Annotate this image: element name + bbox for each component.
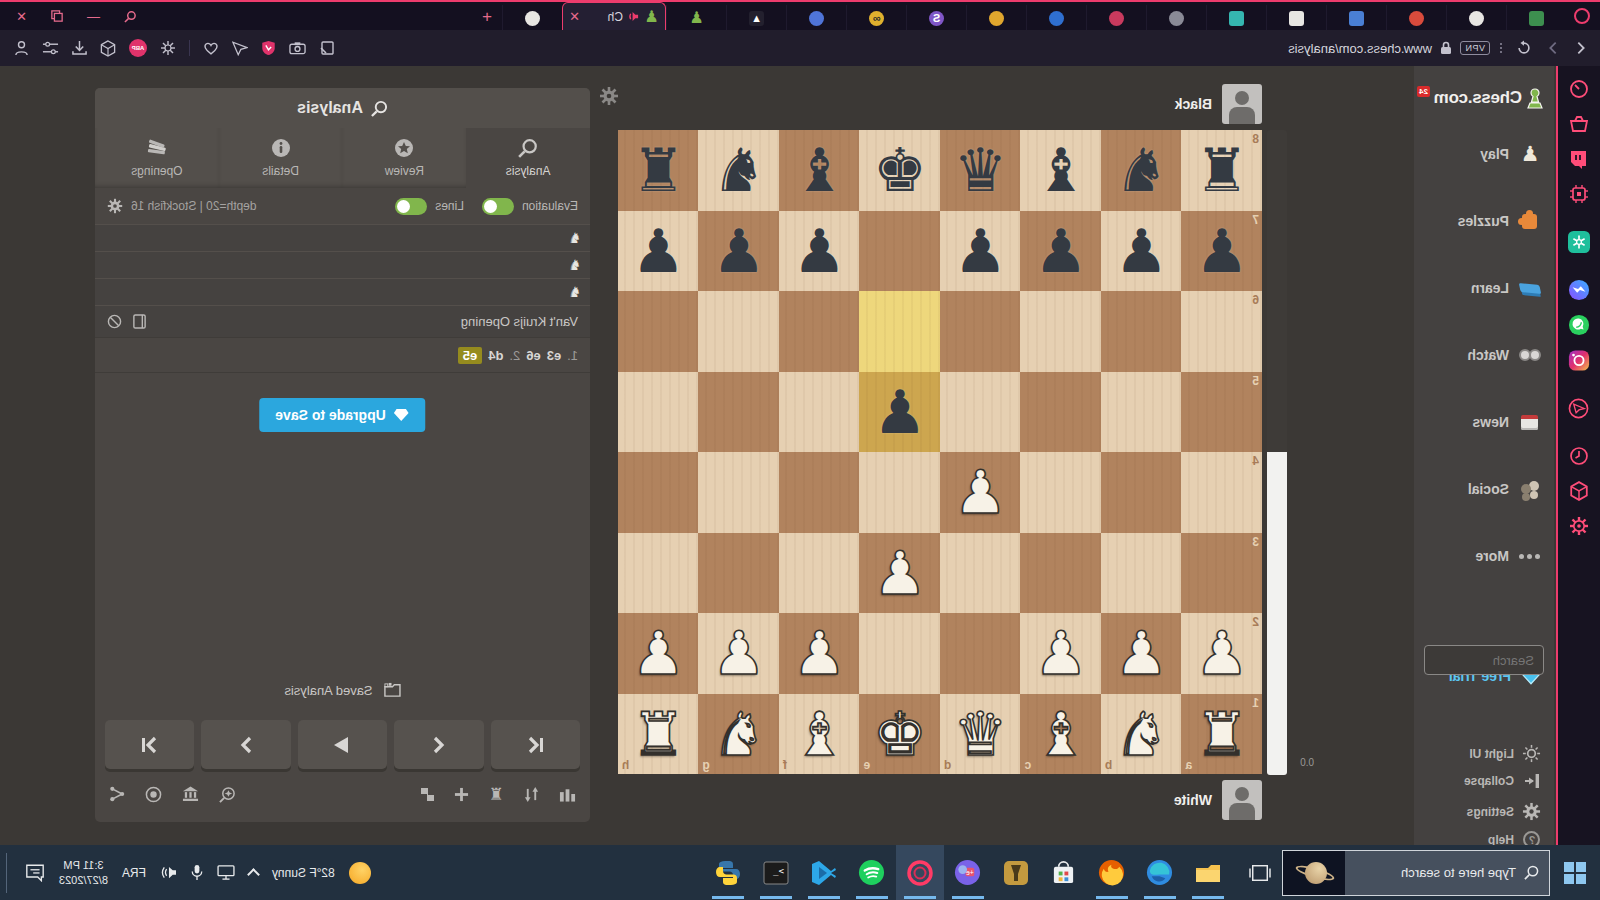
download-icon[interactable] — [72, 40, 87, 56]
square-b8[interactable]: ♞ — [1101, 130, 1182, 211]
taskbar-app-microsoft-store[interactable] — [1040, 845, 1088, 900]
browser-tab[interactable]: ∞ — [846, 5, 906, 31]
white-rook[interactable]: ♜ — [1182, 694, 1263, 775]
white-pawn[interactable]: ♟ — [779, 613, 860, 694]
taskbar-app-python[interactable] — [704, 845, 752, 900]
sidebar-item-light-ui[interactable]: Light UI — [1469, 744, 1542, 763]
engine-controls: Evaluation Lines depth=20 | Stockfish 16 — [95, 188, 590, 224]
reload-icon[interactable] — [1516, 40, 1532, 56]
square-a4[interactable]: 4 — [1182, 452, 1263, 533]
move-navigation — [95, 720, 590, 769]
player-bottom: White — [1174, 780, 1262, 820]
explore-icon[interactable] — [219, 786, 236, 803]
opening-name: Van't Kruijs Opening — [461, 314, 578, 329]
tab-favicon — [1229, 11, 1244, 26]
evaluation-score: 0.0 — [1300, 757, 1314, 768]
engine-line: ♞ — [95, 278, 590, 305]
square-c1[interactable]: c♝ — [1021, 694, 1102, 775]
square-a6[interactable]: 6 — [1182, 291, 1263, 372]
square-e5[interactable]: ♟ — [860, 372, 941, 453]
black-pawn[interactable]: ♟ — [860, 372, 941, 453]
windows-taskbar: Type here to search +e>_ 82°F Sunny FRA … — [0, 845, 1600, 900]
history-icon[interactable] — [1568, 445, 1590, 467]
black-knight[interactable]: ♞ — [699, 130, 780, 211]
more-icon — [1518, 544, 1542, 568]
books-icon — [146, 138, 168, 158]
move-d4[interactable]: d4 — [488, 348, 503, 363]
news-icon — [1518, 410, 1542, 434]
white-pawn[interactable]: ♟ — [860, 533, 941, 614]
url-text[interactable]: www.chess.com/analysis — [1288, 41, 1432, 56]
player-bottom-name: White — [1174, 792, 1212, 808]
black-pawn[interactable]: ♟ — [940, 211, 1021, 292]
square-f4[interactable] — [779, 452, 860, 533]
square-h4[interactable] — [618, 452, 699, 533]
tab-details[interactable]: Details — [219, 128, 343, 188]
square-c8[interactable]: ♝ — [1021, 130, 1102, 211]
square-d8[interactable]: ♛ — [940, 130, 1021, 211]
hide-opening-icon[interactable] — [107, 314, 122, 329]
taskbar-app-vscode[interactable] — [800, 845, 848, 900]
square-e6[interactable] — [860, 291, 941, 372]
square-a5[interactable]: 5 — [1182, 372, 1263, 453]
chesscom-pawn-icon — [1526, 88, 1544, 110]
square-b7[interactable]: ♟ — [1101, 211, 1182, 292]
square-b2[interactable]: ♟ — [1101, 613, 1182, 694]
system-tray: 82°F Sunny FRA 3:11 PM 8/27/2023 — [0, 853, 371, 893]
minimize-icon[interactable]: — — [87, 9, 100, 24]
square-a3[interactable]: 3 — [1182, 533, 1263, 614]
square-c4[interactable] — [1021, 452, 1102, 533]
square-e7[interactable] — [860, 211, 941, 292]
sidebar-item-more[interactable]: More — [1476, 544, 1542, 568]
square-e2[interactable] — [860, 613, 941, 694]
opera-sidebar — [1556, 66, 1600, 845]
move-e3[interactable]: e3 — [547, 348, 561, 363]
black-pawn[interactable]: ♟ — [699, 211, 780, 292]
browser-tab[interactable] — [1386, 5, 1446, 31]
weather-text[interactable]: 82°F Sunny — [272, 866, 335, 880]
vpn-badge[interactable]: VPN — [1460, 41, 1490, 55]
black-pawn[interactable]: ♟ — [1021, 211, 1102, 292]
tab-favicon — [1169, 11, 1184, 26]
microphone-icon[interactable] — [191, 864, 203, 881]
browser-tab[interactable] — [786, 5, 846, 31]
evaluation-toggle[interactable] — [482, 198, 514, 215]
sidebar-item-learn[interactable]: Learn — [1471, 276, 1542, 300]
move-e6[interactable]: e6 — [526, 348, 540, 363]
black-bishop[interactable]: ♝ — [779, 130, 860, 211]
square-h7[interactable]: ♟ — [618, 211, 699, 292]
tab-review[interactable]: Review — [343, 128, 467, 188]
tray-expand-icon[interactable] — [247, 868, 260, 881]
player-top-name: Black — [1175, 96, 1212, 112]
white-pawn[interactable]: ♟ — [940, 452, 1021, 533]
square-g5[interactable] — [699, 372, 780, 453]
taskbar-app-browser-blue[interactable] — [1136, 845, 1184, 900]
profile-icon[interactable] — [14, 40, 29, 56]
previous-move-button[interactable] — [394, 720, 483, 769]
board-theme-icon[interactable] — [421, 788, 434, 801]
square-e4[interactable] — [860, 452, 941, 533]
square-a8[interactable]: 8♜ — [1182, 130, 1263, 211]
engine-knight-icon: ♞ — [568, 284, 581, 300]
engine-lines: ♞♞♞ — [95, 224, 590, 305]
screenshot-icon[interactable] — [319, 40, 335, 56]
square-g3[interactable] — [699, 533, 780, 614]
settings-icon[interactable] — [1568, 515, 1590, 537]
adblock-icon[interactable]: ABP — [129, 39, 147, 57]
sliders-icon[interactable] — [42, 41, 59, 55]
black-pawn[interactable]: ♟ — [1101, 211, 1182, 292]
record-icon[interactable] — [145, 786, 162, 803]
browser-tab[interactable] — [1026, 5, 1086, 31]
rank-label: 4 — [1252, 454, 1259, 468]
paper-plane-icon[interactable] — [232, 41, 248, 56]
square-f7[interactable]: ♟ — [779, 211, 860, 292]
last-move-button[interactable] — [105, 720, 194, 769]
sidebar-item-label: News — [1472, 414, 1509, 430]
panel-header: Analysis — [95, 88, 590, 128]
taskbar-app-purple-app[interactable]: +e — [944, 845, 992, 900]
browser-tab[interactable] — [1086, 5, 1146, 31]
taskbar-app-opera-gx[interactable] — [896, 845, 944, 900]
notifications-icon[interactable] — [25, 863, 45, 882]
opening-row[interactable]: Van't Kruijs Opening — [95, 305, 590, 337]
move-e5[interactable]: e5 — [458, 347, 482, 364]
extensions-icon[interactable] — [1568, 480, 1590, 502]
opening-book-icon[interactable] — [132, 314, 147, 329]
engine-knight-icon: ♞ — [568, 230, 581, 246]
move-number: 1. — [567, 348, 578, 363]
board-settings-gear-icon[interactable] — [599, 86, 619, 106]
chesscom-sidebar: Chess.com 24 Free Trial ♟PlayPuzzlesLear… — [1414, 66, 1554, 845]
mirrored-desktop: S∞▲♟ ♟ Ch ✕ + — ✕ VPN www.chess.com/anal… — [0, 0, 1600, 900]
white-pawn[interactable]: ♟ — [618, 613, 699, 694]
language-indicator[interactable]: FRA — [122, 866, 146, 880]
tab-favicon — [1049, 11, 1064, 26]
shield-icon[interactable] — [261, 40, 276, 56]
rank-label: 6 — [1252, 293, 1259, 307]
square-c7[interactable]: ♟ — [1021, 211, 1102, 292]
browser-tab[interactable] — [502, 5, 562, 31]
browser-tab[interactable] — [966, 5, 1026, 31]
new-tab-button[interactable]: + — [482, 8, 492, 25]
square-e1[interactable]: e♚ — [860, 694, 941, 775]
square-c2[interactable]: ♟ — [1021, 613, 1102, 694]
speed-dial-icon[interactable] — [1568, 78, 1590, 100]
instagram-icon[interactable] — [1568, 349, 1590, 371]
chesscom-logo-text: Chess.com — [1434, 88, 1522, 108]
white-bishop[interactable]: ♝ — [779, 694, 860, 775]
tab-analysis[interactable]: Analysis — [466, 128, 590, 188]
analysis-magnifier-icon — [371, 100, 388, 117]
tab-favicon — [1529, 11, 1544, 26]
volume-icon[interactable] — [160, 865, 177, 880]
magnifier-icon — [518, 138, 538, 158]
square-f1[interactable]: f♝ — [779, 694, 860, 775]
square-f6[interactable] — [779, 291, 860, 372]
panel-title: Analysis — [297, 99, 363, 117]
browser-tab[interactable]: ♟ — [666, 5, 726, 31]
square-g4[interactable] — [699, 452, 780, 533]
tabs — [502, 1, 562, 31]
square-g1[interactable]: g♞ — [699, 694, 780, 775]
move-list[interactable]: 1.e3e62.d4e5 — [95, 337, 590, 373]
square-b6[interactable] — [1101, 291, 1182, 372]
square-d3[interactable] — [940, 533, 1021, 614]
tab-favicon — [525, 11, 540, 26]
taskbar-app-firefox[interactable] — [1088, 845, 1136, 900]
sidebar-item-label: More — [1476, 548, 1509, 564]
tab-search-icon[interactable] — [124, 10, 137, 23]
square-d2[interactable] — [940, 613, 1021, 694]
lock-icon — [1440, 41, 1452, 55]
watch-icon — [1518, 343, 1542, 367]
sidebar-item-label: Learn — [1471, 280, 1509, 296]
chart-icon[interactable] — [559, 786, 576, 802]
engine-knight-icon: ♞ — [568, 257, 581, 273]
black-rook[interactable]: ♜ — [618, 130, 699, 211]
engine-settings-gear-icon[interactable] — [107, 198, 123, 214]
taskbar-search[interactable]: Type here to search — [1282, 850, 1550, 896]
search-icon — [1524, 865, 1539, 880]
window-controls: — ✕ — [0, 9, 137, 24]
sidebar-item-social[interactable]: Social — [1468, 477, 1542, 501]
address-bar[interactable]: VPN www.chess.com/analysis — [1288, 41, 1490, 56]
search-highlight-saturn-image[interactable] — [1283, 851, 1345, 895]
forward-icon[interactable] — [1546, 40, 1560, 56]
sidebar-item-label: Collapse — [1464, 774, 1514, 788]
shop-icon[interactable] — [1568, 113, 1590, 135]
white-pawn[interactable]: ♟ — [699, 613, 780, 694]
square-a7[interactable]: 7♟ — [1182, 211, 1263, 292]
square-e3[interactable]: ♟ — [860, 533, 941, 614]
sidebar-item-puzzles[interactable]: Puzzles — [1458, 209, 1542, 233]
taskbar-app-terminal[interactable]: >_ — [752, 845, 800, 900]
square-c6[interactable] — [1021, 291, 1102, 372]
search-placeholder: Type here to search — [1401, 865, 1516, 880]
square-d7[interactable]: ♟ — [940, 211, 1021, 292]
tab-openings[interactable]: Openings — [95, 128, 219, 188]
black-queen[interactable]: ♛ — [940, 130, 1021, 211]
sidebar-search-input[interactable] — [1424, 645, 1544, 675]
square-b5[interactable] — [1101, 372, 1182, 453]
tab-close-icon[interactable]: ✕ — [569, 9, 580, 24]
browser-tab[interactable]: S — [906, 5, 966, 31]
square-h6[interactable] — [618, 291, 699, 372]
black-rook[interactable]: ♜ — [1182, 130, 1263, 211]
chatgpt-icon[interactable] — [1568, 231, 1590, 253]
square-d4[interactable]: ♟ — [940, 452, 1021, 533]
square-g7[interactable]: ♟ — [699, 211, 780, 292]
saved-analysis[interactable]: Saved Analysis — [95, 682, 590, 698]
square-f3[interactable] — [779, 533, 860, 614]
square-f2[interactable]: ♟ — [779, 613, 860, 694]
white-avatar[interactable] — [1222, 780, 1262, 820]
square-h1[interactable]: h♜ — [618, 694, 699, 775]
tab-favicon — [1469, 11, 1484, 26]
square-f5[interactable] — [779, 372, 860, 453]
sidebar-item-label: Watch — [1468, 347, 1509, 363]
black-avatar[interactable] — [1222, 84, 1262, 124]
puzzles-icon — [1518, 209, 1542, 233]
tab-favicon — [1109, 11, 1124, 26]
show-desktop-divider[interactable] — [6, 853, 7, 893]
tab-favicon: S — [929, 11, 944, 26]
panel-footer-icons: ♜ — [95, 784, 590, 804]
square-h2[interactable]: ♟ — [618, 613, 699, 694]
info-circle-icon — [271, 138, 291, 158]
task-view-button[interactable] — [1238, 845, 1282, 900]
sidebar-item-news[interactable]: News — [1472, 410, 1542, 434]
white-rook[interactable]: ♜ — [618, 694, 699, 775]
square-b3[interactable] — [1101, 533, 1182, 614]
active-tab-title: Ch — [608, 10, 623, 24]
more-dots-icon[interactable] — [1500, 43, 1502, 53]
active-tab[interactable]: ♟ Ch ✕ — [562, 2, 666, 30]
saved-folder-icon — [382, 682, 401, 698]
sidebar-item-watch[interactable]: Watch — [1468, 343, 1542, 367]
upgrade-to-save-button[interactable]: Upgrade to Save — [259, 398, 425, 432]
back-icon[interactable] — [1574, 40, 1588, 56]
sidebar-item-label: Social — [1468, 481, 1509, 497]
display-icon[interactable] — [217, 865, 235, 880]
close-icon[interactable]: ✕ — [16, 9, 27, 24]
messenger-icon[interactable] — [1568, 279, 1590, 301]
white-bishop[interactable]: ♝ — [1021, 694, 1102, 775]
browser-tab[interactable] — [1326, 5, 1386, 31]
weather-sun-icon[interactable] — [349, 862, 371, 884]
white-knight[interactable]: ♞ — [699, 694, 780, 775]
tab-audio-icon — [628, 11, 639, 22]
browser-tab[interactable]: ▲ — [726, 5, 786, 31]
library-icon[interactable] — [182, 786, 199, 802]
telegram-icon[interactable] — [1568, 397, 1590, 419]
sidebar-item-play[interactable]: ♟Play — [1480, 142, 1542, 166]
white-king[interactable]: ♚ — [860, 694, 941, 775]
learn-icon — [1518, 276, 1542, 300]
sidebar-item-collapse[interactable]: Collapse — [1464, 773, 1542, 789]
evaluation-bar — [1267, 130, 1287, 775]
taskbar-app-gold-app[interactable] — [992, 845, 1040, 900]
edit-pieces-icon[interactable]: ♜ — [489, 784, 504, 804]
square-g8[interactable]: ♞ — [699, 130, 780, 211]
black-knight[interactable]: ♞ — [1101, 130, 1182, 211]
taskbar-apps: +e>_ — [704, 845, 1232, 900]
first-move-button[interactable] — [491, 720, 580, 769]
white-pawn[interactable]: ♟ — [1021, 613, 1102, 694]
star-circle-icon — [394, 138, 414, 158]
square-f8[interactable]: ♝ — [779, 130, 860, 211]
play-icon: ♟ — [1518, 142, 1542, 166]
white-pawn[interactable]: ♟ — [1101, 613, 1182, 694]
black-pawn[interactable]: ♟ — [618, 211, 699, 292]
square-d5[interactable] — [940, 372, 1021, 453]
square-h5[interactable] — [618, 372, 699, 453]
clock[interactable]: 3:11 PM 8/27/2023 — [59, 858, 108, 888]
twitch-icon[interactable] — [1568, 148, 1590, 170]
browser-tab[interactable] — [1206, 5, 1266, 31]
share-icon[interactable] — [109, 786, 125, 802]
black-bishop[interactable]: ♝ — [1021, 130, 1102, 211]
square-e8[interactable]: ♚ — [860, 130, 941, 211]
browser-tab[interactable] — [1266, 5, 1326, 31]
square-g2[interactable]: ♟ — [699, 613, 780, 694]
chesscom-logo[interactable]: Chess.com 24 — [1417, 88, 1544, 110]
play-forward-button[interactable] — [298, 720, 387, 769]
black-pawn[interactable]: ♟ — [1182, 211, 1263, 292]
diamond-icon — [394, 408, 410, 422]
opera-menu-icon[interactable] — [1574, 8, 1590, 24]
whatsapp-icon[interactable] — [1568, 314, 1590, 336]
white-pawn[interactable]: ♟ — [1182, 613, 1263, 694]
lines-toggle-label: Lines — [435, 199, 464, 213]
browser-tab-strip: S∞▲♟ ♟ Ch ✕ + — ✕ — [0, 0, 1600, 30]
square-g6[interactable] — [699, 291, 780, 372]
sidebar-item-settings[interactable]: Settings — [1467, 802, 1542, 821]
engine-depth-label: depth=20 | Stockfish 16 — [131, 199, 257, 213]
start-button[interactable] — [1550, 845, 1600, 900]
engine-line: ♞ — [95, 224, 590, 251]
rank-label: 5 — [1252, 374, 1259, 388]
white-queen[interactable]: ♛ — [940, 694, 1021, 775]
browser-tab[interactable] — [1506, 5, 1566, 31]
lines-toggle[interactable] — [395, 198, 427, 215]
heart-icon[interactable] — [203, 41, 219, 56]
snowflake-icon[interactable] — [160, 40, 176, 56]
rank-label: 3 — [1252, 535, 1259, 549]
tab-favicon: ▲ — [749, 11, 764, 26]
chess-board[interactable]: 8♜♞♝♛♚♝♞♜7♟♟♟♟♟♟♟65♟4♟3♟2♟♟♟♟♟♟1a♜b♞c♝d♛… — [618, 130, 1262, 774]
taskbar-app-spotify[interactable] — [848, 845, 896, 900]
square-a2[interactable]: 2♟ — [1182, 613, 1263, 694]
white-knight[interactable]: ♞ — [1101, 694, 1182, 775]
tab-favicon — [809, 11, 824, 26]
svg-text:>_: >_ — [773, 866, 784, 876]
taskbar-app-file-explorer[interactable] — [1184, 845, 1232, 900]
flip-board-icon[interactable] — [524, 786, 539, 803]
saved-analysis-label: Saved Analysis — [284, 683, 372, 698]
browser-toolbar: VPN www.chess.com/analysis ABP — [0, 30, 1600, 66]
gear-icon — [1522, 802, 1542, 821]
square-c3[interactable] — [1021, 533, 1102, 614]
tab-favicon — [1289, 11, 1304, 26]
square-a1[interactable]: 1a♜ — [1182, 694, 1263, 775]
tab-favicon — [1409, 11, 1424, 26]
square-b4[interactable] — [1101, 452, 1182, 533]
next-move-button[interactable] — [201, 720, 290, 769]
tab-favicon — [989, 11, 1004, 26]
square-c5[interactable] — [1021, 372, 1102, 453]
square-d6[interactable] — [940, 291, 1021, 372]
black-king[interactable]: ♚ — [860, 130, 941, 211]
sidebar-item-label: Settings — [1467, 805, 1514, 819]
gx-corner-icon[interactable] — [1568, 183, 1590, 205]
square-h8[interactable]: ♜ — [618, 130, 699, 211]
browser-tab[interactable] — [1146, 5, 1206, 31]
black-pawn[interactable]: ♟ — [779, 211, 860, 292]
square-b1[interactable]: b♞ — [1101, 694, 1182, 775]
square-d1[interactable]: d♛ — [940, 694, 1021, 775]
square-h3[interactable] — [618, 533, 699, 614]
restore-icon[interactable] — [51, 10, 63, 22]
box-icon[interactable] — [100, 40, 116, 57]
camera-icon[interactable] — [289, 41, 306, 55]
move-number: 2. — [509, 348, 520, 363]
add-icon[interactable] — [454, 787, 469, 802]
browser-tab[interactable] — [1446, 5, 1506, 31]
